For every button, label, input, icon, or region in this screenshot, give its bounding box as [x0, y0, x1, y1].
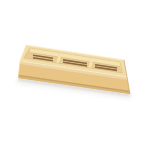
wooden-tray-illustration [0, 0, 146, 146]
product-photo-canvas [0, 0, 146, 146]
